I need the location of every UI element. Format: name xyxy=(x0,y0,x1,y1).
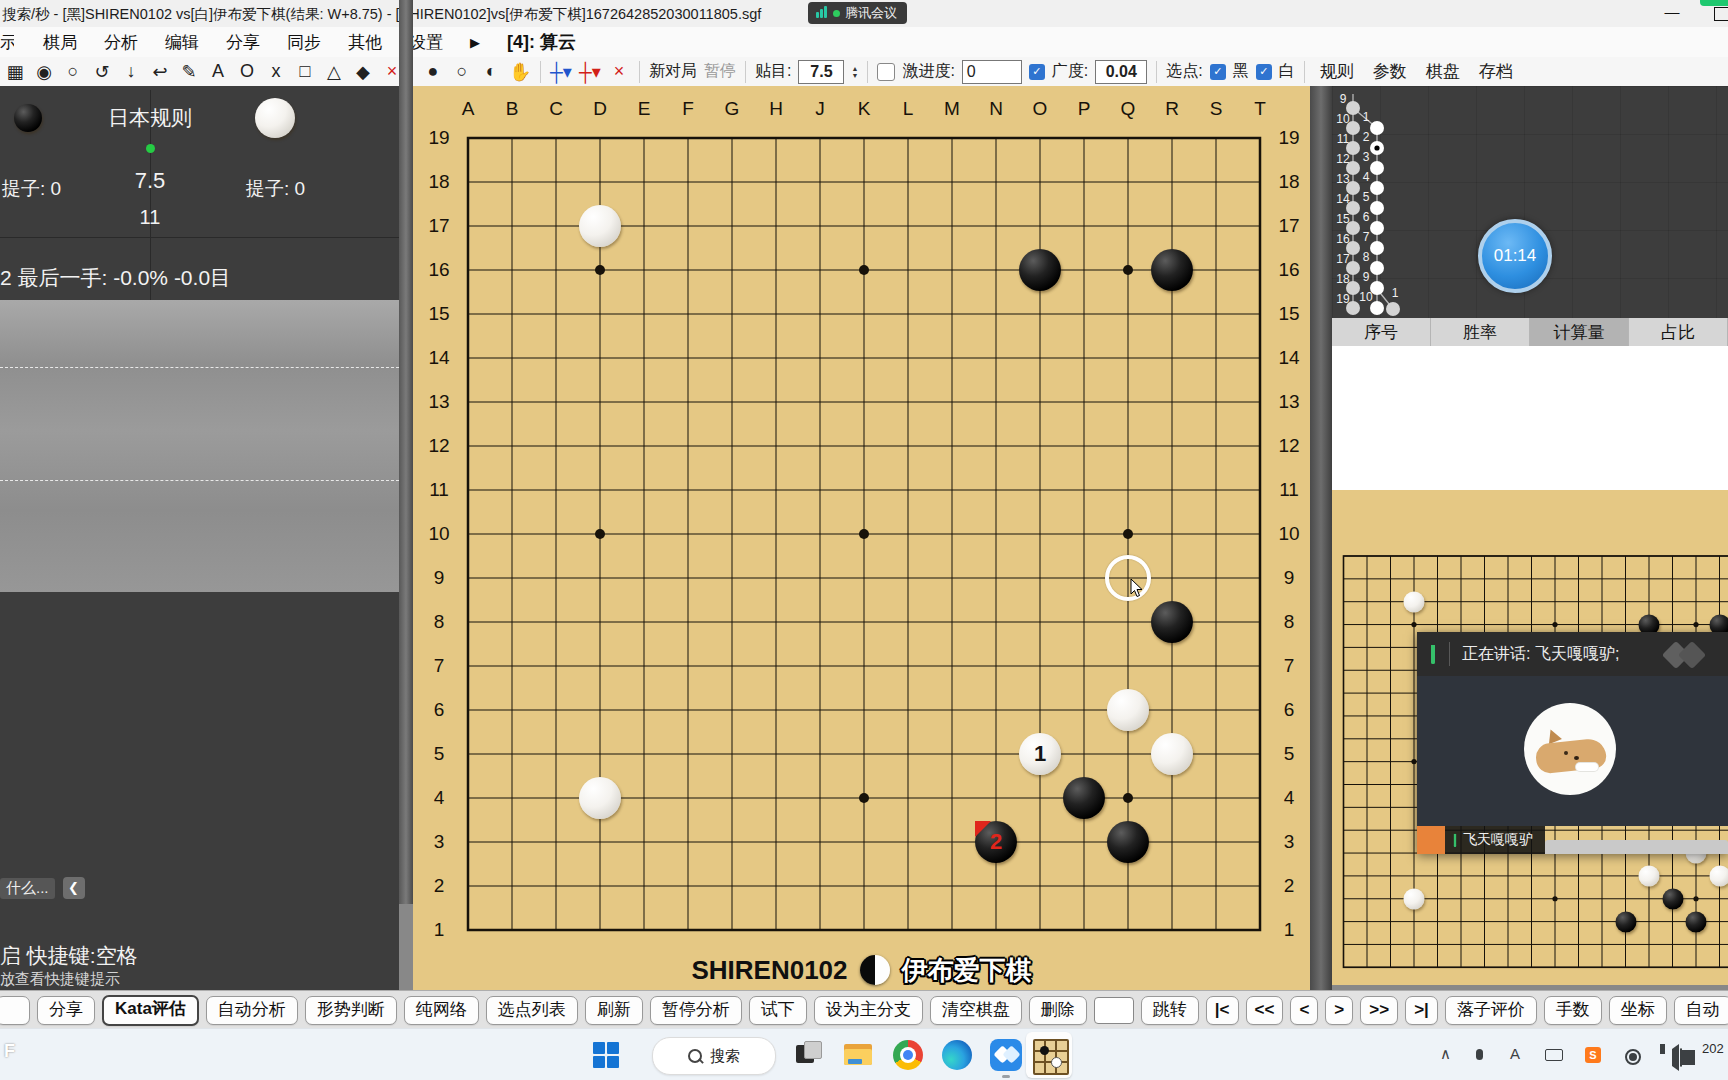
toolbar-separator xyxy=(1156,61,1157,83)
meeting-badge-label: 腾讯会议 xyxy=(845,4,897,22)
svg-text:7: 7 xyxy=(1363,230,1370,244)
tencent-meeting-badge[interactable]: 腾讯会议 xyxy=(808,2,907,24)
white-stone-R5 xyxy=(1151,733,1193,775)
coord-col-D: D xyxy=(593,98,607,120)
coord-row-right-2: 2 xyxy=(1284,875,1295,897)
tray-mic-icon[interactable] xyxy=(1476,1046,1483,1063)
button-分享[interactable]: 分享 xyxy=(37,996,95,1025)
coord-col-Q: Q xyxy=(1121,98,1136,120)
coord-row-right-6: 6 xyxy=(1284,699,1295,721)
yinyang-stone-icon xyxy=(860,955,890,985)
svg-text:3: 3 xyxy=(1363,150,1370,164)
coord-row-right-11: 11 xyxy=(1279,479,1299,501)
hand-tool-icon[interactable]: ✋ xyxy=(509,61,531,83)
coord-row-right-13: 13 xyxy=(1278,391,1299,413)
move-count: 11 xyxy=(140,206,161,229)
coord-row-right-15: 15 xyxy=(1278,303,1299,325)
coord-row-left-10: 10 xyxy=(428,523,449,545)
half-stone-tool-icon[interactable]: ◐ xyxy=(480,61,502,82)
black-stone-R8 xyxy=(1151,601,1193,643)
chrome-icon[interactable] xyxy=(890,1037,926,1073)
tray-battery-icon[interactable] xyxy=(1680,1049,1682,1066)
menu-同步[interactable]: 同步 xyxy=(287,31,321,54)
toolbar-separator xyxy=(639,61,640,83)
coord-col-B: B xyxy=(506,98,519,120)
coord-col-A: A xyxy=(462,98,475,120)
coord-row-right-7: 7 xyxy=(1284,655,1295,677)
white-stone-O5: 1 xyxy=(1019,733,1061,775)
rules-label: 日本规则 xyxy=(108,104,192,132)
button-形势判断[interactable]: 形势判断 xyxy=(305,996,397,1025)
coord-row-left-7: 7 xyxy=(434,655,445,677)
nav->[interactable]: > xyxy=(1325,996,1353,1025)
tray-sogou-icon[interactable]: S xyxy=(1585,1045,1601,1063)
mark-triangle-icon[interactable]: △ xyxy=(323,61,345,83)
coord-row-left-16: 16 xyxy=(428,259,449,281)
coord-col-R: R xyxy=(1165,98,1179,120)
coord-row-left-12: 12 xyxy=(428,435,449,457)
coord-col-E: E xyxy=(638,98,651,120)
panel-divider xyxy=(399,0,413,904)
circle-icon[interactable]: ○ xyxy=(62,61,84,82)
toolbar-棋盘[interactable]: 棋盘 xyxy=(1426,60,1460,83)
coord-col-M: M xyxy=(944,98,960,120)
coord-row-right-19: 19 xyxy=(1278,127,1299,149)
coord-row-left-1: 1 xyxy=(434,919,445,941)
coord-col-L: L xyxy=(903,98,914,120)
play-icon[interactable]: ▶ xyxy=(470,35,480,50)
down-arrow-icon[interactable]: ↓ xyxy=(120,61,142,82)
edge-icon[interactable] xyxy=(939,1037,975,1073)
komi-spinner[interactable]: ▲▼ xyxy=(851,65,858,79)
coord-col-P: P xyxy=(1078,98,1091,120)
window-title: 搜索/秒 - [黑]SHIREN0102 vs[白]伊布爱下棋(结果: W+8.… xyxy=(2,5,761,24)
mini-black-stone-Q3 xyxy=(1686,911,1707,932)
menu-items: 棋局分析编辑分享同步其他设置 xyxy=(43,31,443,54)
divider xyxy=(1449,642,1450,666)
task-view-button[interactable] xyxy=(790,1037,826,1073)
coord-col-S: S xyxy=(1210,98,1223,120)
svg-text:9: 9 xyxy=(1363,270,1370,284)
button-手数[interactable]: 手数 xyxy=(1544,996,1602,1025)
white-player-stone-icon xyxy=(255,98,295,138)
candidate-white-label: 白 xyxy=(1279,61,1295,82)
coord-row-right-18: 18 xyxy=(1278,171,1299,193)
screenshare-indicator xyxy=(1700,0,1728,6)
hint-row: 什么... ❮ xyxy=(0,876,85,900)
meeting-window[interactable]: 正在讲话: 飞天嘎嘎驴; 飞天嘎嘎驴 xyxy=(1417,632,1728,854)
participant-name: 飞天嘎嘎驴 xyxy=(1463,831,1533,849)
button-选点列表[interactable]: 选点列表 xyxy=(486,996,578,1025)
mini-black-stone-P4 xyxy=(1662,888,1683,909)
hotkey-hint-2: 放查看快捷键提示 xyxy=(0,970,120,989)
analysis-list[interactable] xyxy=(1332,346,1728,490)
partial-widget: F xyxy=(4,1041,15,1062)
nav-|<[interactable]: |< xyxy=(1206,996,1239,1025)
coord-row-left-15: 15 xyxy=(428,303,449,325)
button-自动分析[interactable]: 自动分析 xyxy=(206,996,298,1025)
button-落子评价[interactable]: 落子评价 xyxy=(1445,996,1537,1025)
coord-col-J: J xyxy=(815,98,825,120)
coord-row-right-8: 8 xyxy=(1284,611,1295,633)
black-captures: 提子: 0 xyxy=(2,176,61,202)
svg-text:9: 9 xyxy=(1340,92,1347,106)
candidate-label: 选点: xyxy=(1166,61,1202,82)
button-刷新[interactable]: 刷新 xyxy=(585,996,643,1025)
coord-col-K: K xyxy=(858,98,871,120)
analysis-tabs: 序号胜率计算量占比 xyxy=(1332,318,1728,346)
svg-text:6: 6 xyxy=(1363,210,1370,224)
go-board[interactable]: ABCDEFGHJKLMNOPQRST191918181717161615151… xyxy=(413,86,1310,990)
toolbar-separator xyxy=(745,61,746,83)
divider xyxy=(0,237,399,238)
button-纯网络[interactable]: 纯网络 xyxy=(404,996,479,1025)
candidate-white-checkbox[interactable]: ✓ xyxy=(1256,64,1272,80)
button-试下[interactable]: 试下 xyxy=(749,996,807,1025)
svg-text:5: 5 xyxy=(1363,190,1370,204)
mini-white-stone-D4 xyxy=(1404,888,1425,909)
engine-status: [4]: 算云 xyxy=(507,30,576,54)
white-stone-tool-icon[interactable]: ○ xyxy=(451,61,473,82)
nav-<[interactable]: < xyxy=(1290,996,1318,1025)
white-stone-D17 xyxy=(579,205,621,247)
minimize-button[interactable]: — xyxy=(1655,2,1689,24)
button-坐标[interactable]: 坐标 xyxy=(1609,996,1667,1025)
coord-col-N: N xyxy=(989,98,1003,120)
collapse-button[interactable]: ❮ xyxy=(63,877,85,899)
tencent-meeting-icon[interactable] xyxy=(988,1037,1024,1073)
breadth-checkbox[interactable]: ✓ xyxy=(1029,64,1045,80)
person-icon xyxy=(1417,826,1445,854)
hotkey-hint-1: 启 快捷键:空格 xyxy=(0,942,138,970)
coord-row-left-14: 14 xyxy=(428,347,449,369)
recording-dot-icon xyxy=(833,10,840,17)
move-number-1: 1 xyxy=(1034,743,1046,765)
menu-bar: 示 棋局分析编辑分享同步其他设置 ▶ [4]: 算云 xyxy=(0,27,1728,57)
candidate-black-label: 黑 xyxy=(1233,61,1249,82)
black-stone-Q3 xyxy=(1107,821,1149,863)
taskbar: F 搜索 xyxy=(0,1028,1728,1080)
meeting-controls-partial[interactable] xyxy=(1545,840,1728,854)
participant-avatar xyxy=(1524,703,1616,795)
last-move-info: 2 最后一手: -0.0% -0.0目 xyxy=(0,264,231,292)
search-label: 搜索 xyxy=(710,1047,740,1066)
komi-input[interactable]: 7.5 xyxy=(798,60,844,84)
coord-row-left-4: 4 xyxy=(434,787,445,809)
coord-row-left-5: 5 xyxy=(434,743,445,765)
svg-text:1: 1 xyxy=(1392,286,1399,300)
coord-row-left-8: 8 xyxy=(434,611,445,633)
coord-row-left-17: 17 xyxy=(428,215,449,237)
coord-col-F: F xyxy=(682,98,694,120)
toolbar-separator xyxy=(1304,61,1305,83)
coord-col-C: C xyxy=(549,98,563,120)
analysis-toolbar: 分享Kata评估自动分析形势判断纯网络选点列表刷新暂停分析试下设为主分支清空棋盘… xyxy=(0,990,1728,1029)
black-stone-P4 xyxy=(1063,777,1105,819)
go-app-active[interactable] xyxy=(1026,1032,1072,1078)
chart-icon[interactable]: ▦ xyxy=(4,61,26,83)
toolbar-规则[interactable]: 规则 xyxy=(1320,60,1354,83)
stone-wave-icon[interactable]: ◉ xyxy=(33,61,55,83)
black-stone-tool-icon[interactable]: ● xyxy=(422,61,444,82)
coord-row-left-13: 13 xyxy=(428,391,449,413)
menu-编辑[interactable]: 编辑 xyxy=(165,31,199,54)
coord-row-left-19: 19 xyxy=(428,127,449,149)
coord-row-right-9: 9 xyxy=(1284,567,1295,589)
tray-keyboard-icon[interactable] xyxy=(1545,1047,1563,1064)
meeting-logo-icon xyxy=(1662,642,1714,668)
svg-text:1: 1 xyxy=(1363,110,1370,124)
file-explorer-icon[interactable] xyxy=(840,1037,876,1073)
white-stone-D4 xyxy=(579,777,621,819)
button-删除[interactable]: 删除 xyxy=(1029,996,1087,1025)
coord-row-right-17: 17 xyxy=(1278,215,1299,237)
delete-branch-icon[interactable]: × xyxy=(608,61,630,82)
engine-status-dot xyxy=(146,144,155,153)
mark-x-icon[interactable]: x xyxy=(265,61,287,82)
button-跳转[interactable]: 跳转 xyxy=(1141,996,1199,1025)
toolbar-参数[interactable]: 参数 xyxy=(1373,60,1407,83)
nav-<<[interactable]: << xyxy=(1246,996,1284,1025)
coord-col-O: O xyxy=(1033,98,1048,120)
eraser-icon[interactable]: ◆ xyxy=(352,61,374,83)
undo-arrow-icon[interactable]: ↩ xyxy=(149,61,171,83)
maximize-button[interactable] xyxy=(1714,7,1728,21)
coord-row-right-4: 4 xyxy=(1284,787,1295,809)
button-Kata评估[interactable]: Kata评估 xyxy=(102,995,199,1026)
panel-divider xyxy=(1310,86,1332,990)
signal-bars-icon xyxy=(816,6,828,21)
coord-row-right-10: 10 xyxy=(1278,523,1299,545)
menu-item-partial[interactable]: 示 xyxy=(0,31,14,54)
menu-其他[interactable]: 其他 xyxy=(348,31,382,54)
last-move-marker xyxy=(975,821,991,837)
coord-row-right-16: 16 xyxy=(1278,259,1299,281)
toolbar-存档[interactable]: 存档 xyxy=(1479,60,1513,83)
running-indicator xyxy=(1002,1075,1010,1078)
taskbar-clock[interactable]: 202 xyxy=(1702,1041,1724,1056)
nav->|[interactable]: >| xyxy=(1405,996,1438,1025)
coord-col-T: T xyxy=(1254,98,1266,120)
white-player-name: 伊布爱下棋 xyxy=(902,953,1032,988)
aggressiveness-label: 激进度: xyxy=(902,61,954,82)
coord-row-left-11: 11 xyxy=(429,479,449,501)
candidate-black-checkbox[interactable]: ✓ xyxy=(1210,64,1226,80)
tab-序号[interactable]: 序号 xyxy=(1332,318,1431,346)
meeting-header[interactable]: 正在讲话: 飞天嘎嘎驴; xyxy=(1417,632,1728,676)
coord-row-left-18: 18 xyxy=(428,171,449,193)
tray-volume-icon[interactable] xyxy=(1660,1049,1679,1066)
aggressiveness-checkbox[interactable] xyxy=(877,63,895,81)
blue-cross-tool-icon[interactable]: ┼▾ xyxy=(550,61,572,83)
coord-row-right-3: 3 xyxy=(1284,831,1295,853)
coord-col-H: H xyxy=(769,98,783,120)
black-stone-O16 xyxy=(1019,249,1061,291)
taskbar-search[interactable]: 搜索 xyxy=(652,1037,776,1075)
microphone-icon xyxy=(1431,645,1435,663)
coord-row-left-2: 2 xyxy=(434,875,445,897)
go-app-icon xyxy=(1033,1039,1069,1075)
speaking-label: 正在讲话: 飞天嘎嘎驴; xyxy=(1462,644,1619,665)
toolbar-separator xyxy=(867,61,868,83)
coord-row-left-6: 6 xyxy=(434,699,445,721)
mini-white-stone-R5 xyxy=(1709,865,1728,886)
rotate-icon[interactable]: ↺ xyxy=(91,61,113,83)
title-bar: 搜索/秒 - [黑]SHIREN0102 vs[白]伊布爱下棋(结果: W+8.… xyxy=(0,0,1728,28)
button-清空棋盘[interactable]: 清空棋盘 xyxy=(930,996,1022,1025)
graph-dashed-line xyxy=(0,480,399,481)
komi-label: 贴目: xyxy=(755,61,791,82)
button-设为主分支[interactable]: 设为主分支 xyxy=(814,996,923,1025)
toolbar: ▦◉○↺↓↩✎AOx□△◆×●○◐✋┼▾┼▾×新对局暂停贴目:7.5▲▼激进度:… xyxy=(0,57,1728,87)
hint-text: 什么... xyxy=(0,878,55,899)
svg-text:8: 8 xyxy=(1363,250,1370,264)
black-player-name: SHIREN0102 xyxy=(691,955,847,986)
meeting-timer: 01:14 xyxy=(1478,219,1552,293)
jump-input[interactable] xyxy=(1094,997,1134,1024)
player-bar: SHIREN0102 伊布爱下棋 xyxy=(413,950,1310,990)
winrate-graph-area[interactable] xyxy=(0,300,399,592)
button-暂停分析[interactable]: 暂停分析 xyxy=(650,996,742,1025)
coord-col-G: G xyxy=(725,98,740,120)
menu-分析[interactable]: 分析 xyxy=(104,31,138,54)
tab-计算量[interactable]: 计算量 xyxy=(1530,318,1629,346)
mic-small-icon xyxy=(1454,834,1457,847)
red-cross-tool-icon[interactable]: ┼▾ xyxy=(579,61,601,83)
mini-black-stone-N3 xyxy=(1615,911,1636,932)
svg-text:10: 10 xyxy=(1359,290,1373,304)
start-button[interactable] xyxy=(588,1037,624,1073)
label-a-icon[interactable]: A xyxy=(207,61,229,82)
menu-分享[interactable]: 分享 xyxy=(226,31,260,54)
coord-row-left-9: 9 xyxy=(434,567,445,589)
mouse-cursor xyxy=(1130,579,1144,599)
black-player-stone-icon xyxy=(14,104,42,132)
breadth-input[interactable]: 0.04 xyxy=(1095,60,1147,84)
aggressiveness-input[interactable]: 0 xyxy=(962,60,1022,84)
komi-value: 7.5 xyxy=(135,168,166,194)
partial-button xyxy=(0,996,30,1025)
mini-white-stone-O5 xyxy=(1639,865,1660,886)
breadth-label: 广度: xyxy=(1052,61,1088,82)
move-number-2: 2 xyxy=(990,831,1002,853)
button-自动[interactable]: 自动 xyxy=(1674,996,1728,1025)
coord-row-right-5: 5 xyxy=(1284,743,1295,765)
tab-占比[interactable]: 占比 xyxy=(1629,318,1728,346)
white-stone-Q6 xyxy=(1107,689,1149,731)
coord-row-right-14: 14 xyxy=(1278,347,1299,369)
mark-circle-icon[interactable]: O xyxy=(236,61,258,82)
pause-button[interactable]: 暂停 xyxy=(704,61,736,82)
coord-row-right-12: 12 xyxy=(1278,435,1299,457)
new-game-button[interactable]: 新对局 xyxy=(649,61,697,82)
info-panel: 日本规则 7.5 提子: 0 提子: 0 11 2 最后一手: -0.0% -0… xyxy=(0,86,399,990)
tab-胜率[interactable]: 胜率 xyxy=(1431,318,1530,346)
tray-ime-letter[interactable]: A xyxy=(1510,1045,1520,1062)
white-captures: 提子: 0 xyxy=(246,176,305,202)
coord-row-right-1: 1 xyxy=(1284,919,1295,941)
graph-dashed-line xyxy=(0,367,399,368)
search-icon xyxy=(688,1049,702,1063)
tray-chevron[interactable]: ∧ xyxy=(1440,1045,1451,1063)
toolbar-separator xyxy=(540,61,541,83)
nav->>[interactable]: >> xyxy=(1360,996,1398,1025)
pen-icon[interactable]: ✎ xyxy=(178,61,200,83)
meeting-video-area xyxy=(1417,676,1728,826)
svg-text:2: 2 xyxy=(1363,130,1370,144)
mark-square-icon[interactable]: □ xyxy=(294,61,316,82)
menu-设置[interactable]: 设置 xyxy=(409,31,443,54)
svg-text:4: 4 xyxy=(1363,170,1370,184)
coord-row-left-3: 3 xyxy=(434,831,445,853)
black-stone-R16 xyxy=(1151,249,1193,291)
menu-棋局[interactable]: 棋局 xyxy=(43,31,77,54)
mini-white-stone-D17 xyxy=(1404,591,1425,612)
